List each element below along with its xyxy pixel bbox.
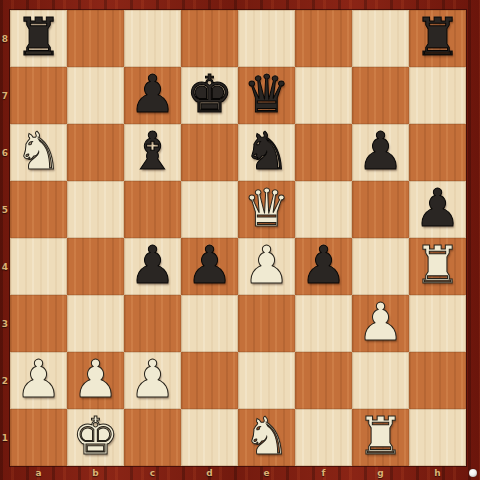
square-b4[interactable] xyxy=(67,238,124,295)
white-rook-g1[interactable]: ♜ xyxy=(357,408,404,465)
chess-board-frame: ♜♜♟♚♛♞♝♞♟♛♟♟♟♟♟♜♟♟♟♟♚♞♜ 87654321 abcdefg… xyxy=(0,0,480,480)
square-c8[interactable] xyxy=(124,10,181,67)
black-knight-e6[interactable]: ♞ xyxy=(243,123,290,180)
rank-label-3: 3 xyxy=(0,319,10,329)
black-pawn-d4[interactable]: ♟ xyxy=(186,237,233,294)
square-h8[interactable]: ♜ xyxy=(409,10,466,67)
square-e6[interactable]: ♞ xyxy=(238,124,295,181)
square-d4[interactable]: ♟ xyxy=(181,238,238,295)
square-e5[interactable]: ♛ xyxy=(238,181,295,238)
white-rook-h4[interactable]: ♜ xyxy=(414,237,461,294)
file-label-e: e xyxy=(238,467,295,480)
square-a7[interactable] xyxy=(10,67,67,124)
square-c5[interactable] xyxy=(124,181,181,238)
black-king-d7[interactable]: ♚ xyxy=(186,66,233,123)
black-pawn-c4[interactable]: ♟ xyxy=(129,237,176,294)
black-pawn-h5[interactable]: ♟ xyxy=(414,180,461,237)
white-pawn-g3[interactable]: ♟ xyxy=(357,294,404,351)
square-f5[interactable] xyxy=(295,181,352,238)
square-g7[interactable] xyxy=(352,67,409,124)
square-b3[interactable] xyxy=(67,295,124,352)
file-label-d: d xyxy=(181,467,238,480)
black-queen-e7[interactable]: ♛ xyxy=(243,66,290,123)
square-d6[interactable] xyxy=(181,124,238,181)
rank-label-2: 2 xyxy=(0,376,10,386)
rank-label-6: 6 xyxy=(0,148,10,158)
side-to-move-indicator xyxy=(469,469,477,477)
square-b2[interactable]: ♟ xyxy=(67,352,124,409)
file-label-c: c xyxy=(124,467,181,480)
black-bishop-c6[interactable]: ♝ xyxy=(129,123,176,180)
square-h4[interactable]: ♜ xyxy=(409,238,466,295)
square-g4[interactable] xyxy=(352,238,409,295)
square-a3[interactable] xyxy=(10,295,67,352)
square-e4[interactable]: ♟ xyxy=(238,238,295,295)
square-b7[interactable] xyxy=(67,67,124,124)
square-h2[interactable] xyxy=(409,352,466,409)
square-b1[interactable]: ♚ xyxy=(67,409,124,466)
black-pawn-f4[interactable]: ♟ xyxy=(300,237,347,294)
square-a5[interactable] xyxy=(10,181,67,238)
square-g8[interactable] xyxy=(352,10,409,67)
black-pawn-c7[interactable]: ♟ xyxy=(129,66,176,123)
square-c7[interactable]: ♟ xyxy=(124,67,181,124)
square-a2[interactable]: ♟ xyxy=(10,352,67,409)
square-a6[interactable]: ♞ xyxy=(10,124,67,181)
file-label-a: a xyxy=(10,467,67,480)
square-f6[interactable] xyxy=(295,124,352,181)
square-h3[interactable] xyxy=(409,295,466,352)
white-queen-e5[interactable]: ♛ xyxy=(243,180,290,237)
square-g3[interactable]: ♟ xyxy=(352,295,409,352)
square-d7[interactable]: ♚ xyxy=(181,67,238,124)
square-b6[interactable] xyxy=(67,124,124,181)
square-d8[interactable] xyxy=(181,10,238,67)
square-f4[interactable]: ♟ xyxy=(295,238,352,295)
white-pawn-c2[interactable]: ♟ xyxy=(129,351,176,408)
square-g2[interactable] xyxy=(352,352,409,409)
square-h5[interactable]: ♟ xyxy=(409,181,466,238)
file-label-h: h xyxy=(409,467,466,480)
square-g5[interactable] xyxy=(352,181,409,238)
white-pawn-a2[interactable]: ♟ xyxy=(15,351,62,408)
file-label-b: b xyxy=(67,467,124,480)
rank-label-8: 8 xyxy=(0,34,10,44)
square-e8[interactable] xyxy=(238,10,295,67)
square-h7[interactable] xyxy=(409,67,466,124)
square-c3[interactable] xyxy=(124,295,181,352)
file-label-g: g xyxy=(352,467,409,480)
square-b8[interactable] xyxy=(67,10,124,67)
square-c2[interactable]: ♟ xyxy=(124,352,181,409)
square-d2[interactable] xyxy=(181,352,238,409)
rank-label-5: 5 xyxy=(0,205,10,215)
square-f2[interactable] xyxy=(295,352,352,409)
square-h6[interactable] xyxy=(409,124,466,181)
square-f1[interactable] xyxy=(295,409,352,466)
black-rook-h8[interactable]: ♜ xyxy=(414,9,461,66)
square-e7[interactable]: ♛ xyxy=(238,67,295,124)
square-a1[interactable] xyxy=(10,409,67,466)
white-pawn-e4[interactable]: ♟ xyxy=(243,237,290,294)
white-king-b1[interactable]: ♚ xyxy=(72,408,119,465)
square-a8[interactable]: ♜ xyxy=(10,10,67,67)
square-c6[interactable]: ♝ xyxy=(124,124,181,181)
square-f3[interactable] xyxy=(295,295,352,352)
white-pawn-b2[interactable]: ♟ xyxy=(72,351,119,408)
square-c4[interactable]: ♟ xyxy=(124,238,181,295)
square-a4[interactable] xyxy=(10,238,67,295)
white-knight-e1[interactable]: ♞ xyxy=(243,408,290,465)
square-d3[interactable] xyxy=(181,295,238,352)
square-b5[interactable] xyxy=(67,181,124,238)
square-e2[interactable] xyxy=(238,352,295,409)
square-d1[interactable] xyxy=(181,409,238,466)
black-rook-a8[interactable]: ♜ xyxy=(15,9,62,66)
rank-label-1: 1 xyxy=(0,433,10,443)
square-f8[interactable] xyxy=(295,10,352,67)
rank-label-7: 7 xyxy=(0,91,10,101)
square-e3[interactable] xyxy=(238,295,295,352)
square-c1[interactable] xyxy=(124,409,181,466)
square-d5[interactable] xyxy=(181,181,238,238)
file-label-f: f xyxy=(295,467,352,480)
square-f7[interactable] xyxy=(295,67,352,124)
white-knight-a6[interactable]: ♞ xyxy=(15,123,62,180)
square-h1[interactable] xyxy=(409,409,466,466)
black-pawn-g6[interactable]: ♟ xyxy=(357,123,404,180)
chess-board: ♜♜♟♚♛♞♝♞♟♛♟♟♟♟♟♜♟♟♟♟♚♞♜ xyxy=(10,10,466,466)
square-e1[interactable]: ♞ xyxy=(238,409,295,466)
rank-label-4: 4 xyxy=(0,262,10,272)
square-g1[interactable]: ♜ xyxy=(352,409,409,466)
square-g6[interactable]: ♟ xyxy=(352,124,409,181)
